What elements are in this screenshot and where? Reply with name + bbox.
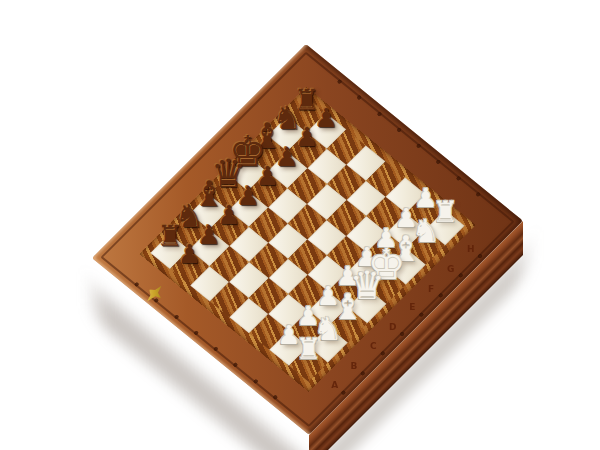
peg-hole [272,395,278,400]
peg-hole [436,160,442,165]
chess-box-top: ♜♞♝♛♚♝♞♜♟♟♟♟♟♟♟♟♟♟♟♟♟♟♟♟♜♞♝♛♚♝♞♜ ABCDEFG… [92,44,523,435]
black-pawn-piece[interactable]: ♟ [176,221,204,267]
peg-hole [193,330,199,335]
peg-hole [360,371,366,376]
peg-hole [213,346,219,351]
peg-hole [357,95,363,100]
file-label-c: C [370,341,377,351]
peg-hole [396,127,402,132]
file-label-a: A [331,380,338,390]
peg-hole [174,314,180,319]
white-rook-piece[interactable]: ♜ [294,318,322,364]
peg-hole [475,192,481,197]
peg-hole [458,273,464,278]
peg-hole [438,293,444,298]
peg-hole [337,79,343,84]
peg-hole [419,312,425,317]
file-label-h: H [467,244,475,254]
peg-hole [233,362,239,367]
file-label-g: G [447,264,454,274]
peg-hole [376,111,382,116]
file-label-e: E [409,302,415,312]
scene-background: ♜♞♝♛♚♝♞♜♟♟♟♟♟♟♟♟♟♟♟♟♟♟♟♟♜♞♝♛♚♝♞♜ ABCDEFG… [0,0,600,450]
peg-hole [399,332,405,337]
file-label-b: B [351,361,358,371]
file-label-d: D [389,322,396,332]
peg-hole [416,144,422,149]
peg-hole [154,298,160,303]
peg-hole [380,351,386,356]
peg-hole [456,176,462,181]
peg-hole [477,254,483,259]
peg-hole [253,379,259,384]
peg-hole [341,390,347,395]
file-label-f: F [428,283,434,293]
peg-hole [134,282,140,287]
